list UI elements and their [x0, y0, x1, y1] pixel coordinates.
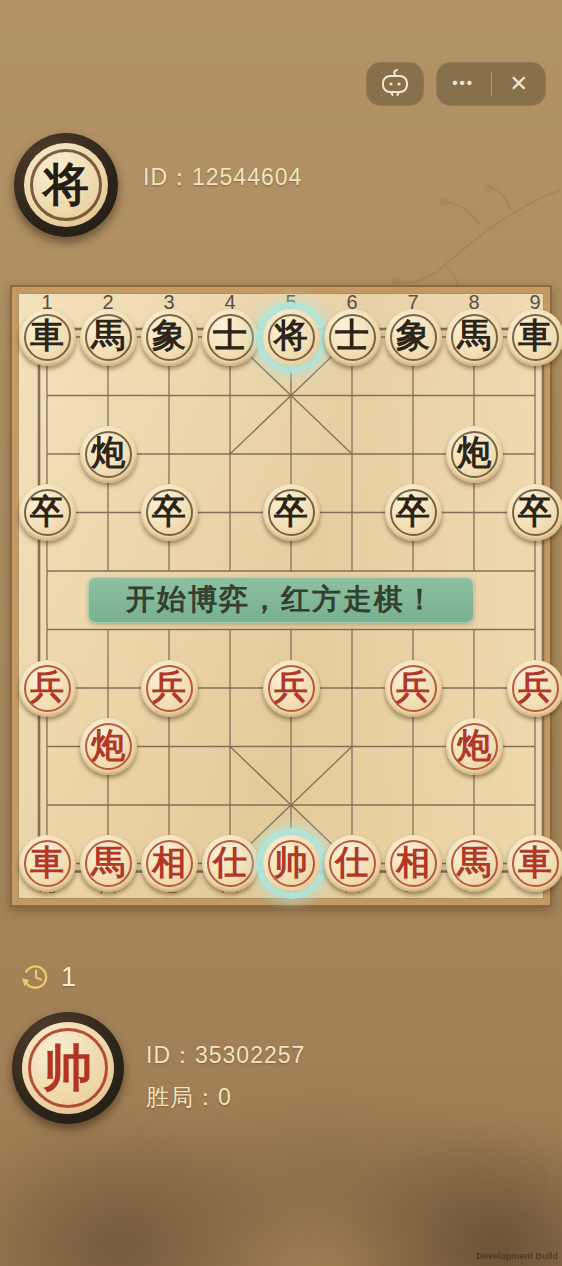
piece-glyph: 炮: [91, 729, 125, 763]
player-avatar-piece: 帅: [22, 1022, 114, 1114]
piece-black-r0c1[interactable]: 馬: [80, 309, 137, 366]
piece-red-r6c4[interactable]: 兵: [263, 660, 320, 717]
piece-red-r9c3[interactable]: 仕: [202, 835, 259, 892]
piece-red-r9c5[interactable]: 仕: [324, 835, 381, 892]
piece-glyph: 相: [396, 846, 430, 880]
piece-glyph: 車: [518, 319, 552, 353]
piece-glyph: 卒: [274, 495, 308, 529]
black-general-glyph: 将: [43, 154, 89, 216]
piece-glyph: 仕: [213, 846, 247, 880]
undo-count: 1: [61, 962, 76, 993]
pieces-layer: 車馬象士将士象馬車炮炮卒卒卒卒卒兵兵兵兵兵炮炮車馬相仕帅仕相馬車: [10, 285, 552, 907]
piece-red-r9c8[interactable]: 車: [507, 835, 562, 892]
ink-mountain-decoration: [0, 1106, 300, 1266]
gamepad-button[interactable]: [366, 62, 424, 106]
piece-red-r9c2[interactable]: 相: [141, 835, 198, 892]
piece-glyph: 兵: [518, 670, 552, 704]
opponent-avatar-piece: 将: [24, 143, 108, 227]
player-wins: 胜局：0: [146, 1082, 232, 1113]
piece-red-r6c2[interactable]: 兵: [141, 660, 198, 717]
piece-glyph: 卒: [152, 495, 186, 529]
piece-black-r3c0[interactable]: 卒: [19, 484, 76, 541]
piece-red-r7c7[interactable]: 炮: [446, 718, 503, 775]
more-icon: •••: [452, 74, 474, 91]
piece-glyph: 馬: [91, 846, 125, 880]
piece-red-r9c4[interactable]: 帅: [263, 835, 320, 892]
player-avatar: 帅: [12, 1012, 124, 1124]
piece-glyph: 馬: [457, 319, 491, 353]
piece-glyph: 車: [30, 319, 64, 353]
piece-red-r7c1[interactable]: 炮: [80, 718, 137, 775]
piece-glyph: 炮: [91, 436, 125, 470]
piece-red-r6c8[interactable]: 兵: [507, 660, 562, 717]
piece-glyph: 馬: [457, 846, 491, 880]
piece-black-r0c7[interactable]: 馬: [446, 309, 503, 366]
piece-black-r0c8[interactable]: 車: [507, 309, 562, 366]
piece-black-r3c6[interactable]: 卒: [385, 484, 442, 541]
gamepad-icon: [378, 69, 412, 99]
player-id: ID：35302257: [146, 1040, 305, 1071]
opponent-avatar: 将: [14, 133, 118, 237]
piece-black-r3c2[interactable]: 卒: [141, 484, 198, 541]
piece-glyph: 帅: [274, 846, 308, 880]
piece-black-r0c2[interactable]: 象: [141, 309, 198, 366]
piece-black-r0c0[interactable]: 車: [19, 309, 76, 366]
piece-glyph: 車: [30, 846, 64, 880]
piece-glyph: 炮: [457, 436, 491, 470]
piece-glyph: 馬: [91, 319, 125, 353]
piece-glyph: 兵: [396, 670, 430, 704]
piece-black-r0c3[interactable]: 士: [202, 309, 259, 366]
piece-black-r0c4[interactable]: 将: [263, 309, 320, 366]
game-screen: ••• ✕ 将 ID：12544604 123456789九八七六五四三二一 开…: [0, 0, 562, 1266]
piece-red-r6c0[interactable]: 兵: [19, 660, 76, 717]
piece-red-r9c6[interactable]: 相: [385, 835, 442, 892]
close-button[interactable]: ✕: [492, 62, 547, 106]
piece-red-r9c0[interactable]: 車: [19, 835, 76, 892]
piece-glyph: 士: [335, 319, 369, 353]
piece-glyph: 象: [152, 319, 186, 353]
piece-glyph: 兵: [274, 670, 308, 704]
piece-black-r3c8[interactable]: 卒: [507, 484, 562, 541]
piece-glyph: 卒: [518, 495, 552, 529]
piece-red-r9c1[interactable]: 馬: [80, 835, 137, 892]
development-build-watermark: Development Build: [476, 1251, 558, 1261]
piece-glyph: 象: [396, 319, 430, 353]
piece-glyph: 炮: [457, 729, 491, 763]
close-icon: ✕: [510, 71, 528, 97]
piece-black-r0c5[interactable]: 士: [324, 309, 381, 366]
piece-glyph: 卒: [30, 495, 64, 529]
piece-black-r2c1[interactable]: 炮: [80, 426, 137, 483]
piece-glyph: 車: [518, 846, 552, 880]
opponent-id: ID：12544604: [143, 162, 302, 193]
piece-red-r6c6[interactable]: 兵: [385, 660, 442, 717]
piece-black-r2c7[interactable]: 炮: [446, 426, 503, 483]
piece-red-r9c7[interactable]: 馬: [446, 835, 503, 892]
piece-black-r0c6[interactable]: 象: [385, 309, 442, 366]
red-general-glyph: 帅: [43, 1035, 93, 1102]
piece-glyph: 卒: [396, 495, 430, 529]
piece-glyph: 兵: [30, 670, 64, 704]
piece-glyph: 仕: [335, 846, 369, 880]
piece-black-r3c4[interactable]: 卒: [263, 484, 320, 541]
window-controls: ••• ✕: [436, 62, 546, 106]
piece-glyph: 将: [274, 319, 308, 353]
undo-history-icon: [20, 961, 52, 993]
more-button[interactable]: •••: [436, 62, 491, 106]
piece-glyph: 士: [213, 319, 247, 353]
piece-glyph: 相: [152, 846, 186, 880]
xiangqi-board[interactable]: 123456789九八七六五四三二一 开始博弈，红方走棋！ 車馬象士将士象馬車炮…: [10, 285, 552, 907]
undo-button[interactable]: 1: [20, 961, 76, 993]
ink-rock-decoration: [332, 1116, 562, 1266]
ink-branch-decoration: [360, 180, 560, 300]
piece-glyph: 兵: [152, 670, 186, 704]
